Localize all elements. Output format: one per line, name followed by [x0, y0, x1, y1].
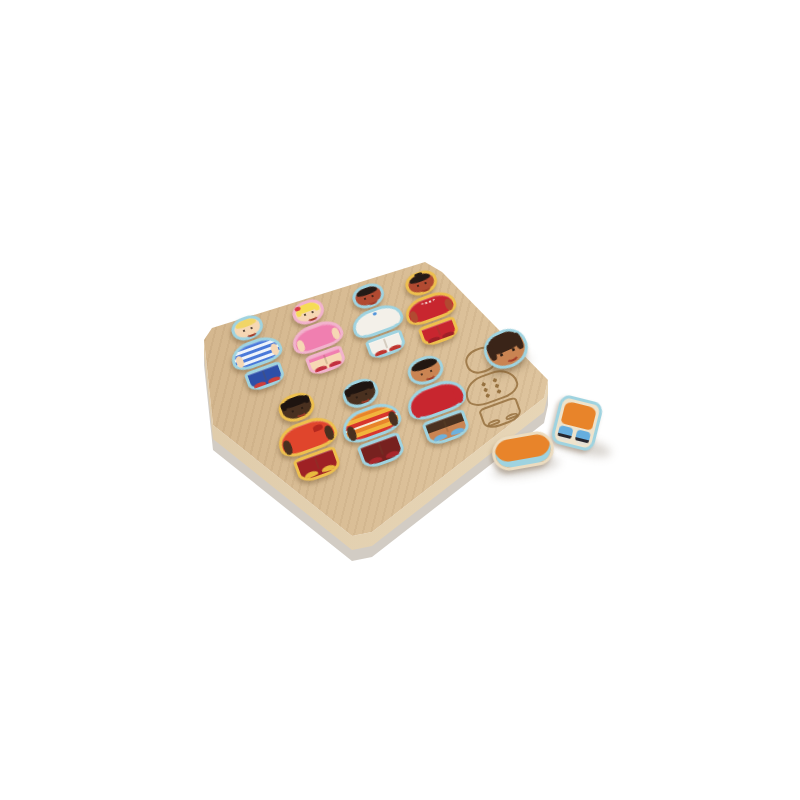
right-shoe — [267, 375, 280, 383]
legs-split-line — [383, 339, 388, 348]
smile-mouth — [294, 407, 308, 419]
smile-mouth — [306, 311, 319, 321]
left-shoe — [314, 365, 327, 373]
left-shoe — [304, 470, 319, 480]
right-arm — [330, 326, 341, 340]
left-arm — [408, 310, 419, 324]
blue-shoe-right — [574, 429, 591, 446]
right-shoe — [320, 464, 335, 474]
legs-split-line — [314, 457, 320, 469]
chest-mark — [312, 423, 324, 432]
left-arm — [345, 425, 358, 442]
legs-split-line — [378, 443, 384, 455]
puzzle-board — [0, 0, 800, 800]
right-shoe — [384, 450, 399, 460]
left-shoe — [253, 381, 266, 389]
left-arm — [234, 355, 245, 369]
smile-mouth — [419, 282, 432, 292]
left-eye — [499, 353, 503, 357]
legs-split-line — [262, 371, 267, 380]
left-shoe — [368, 456, 383, 466]
legs-split-line — [436, 326, 441, 335]
left-arm — [410, 402, 423, 419]
right-shoe — [388, 343, 401, 351]
bead-necklace — [419, 296, 436, 307]
blue-shoe-left — [557, 425, 574, 442]
right-arm — [269, 342, 280, 356]
left-arm — [355, 323, 366, 337]
slot-outline-left-foot — [487, 418, 501, 428]
left-shoe — [433, 433, 448, 443]
legs-split-line — [443, 420, 449, 432]
left-shoe — [374, 349, 387, 357]
left-shoe — [427, 336, 440, 344]
smile-mouth — [366, 295, 379, 305]
right-arm — [390, 310, 401, 324]
right-shoe — [449, 427, 464, 437]
slot-outline-right-foot — [504, 411, 518, 421]
left-arm — [295, 339, 306, 353]
right-arm — [322, 424, 335, 441]
right-shoe — [441, 330, 454, 338]
right-arm — [443, 297, 454, 311]
smile-mouth — [358, 393, 372, 405]
puzzle-product-photo — [0, 0, 800, 800]
right-shoe — [328, 359, 341, 367]
right-arm — [386, 410, 399, 427]
legs-split-line — [323, 355, 328, 364]
smile-mouth — [245, 327, 258, 337]
smile-mouth — [423, 370, 437, 382]
pendant — [372, 312, 377, 317]
left-arm — [281, 439, 294, 456]
